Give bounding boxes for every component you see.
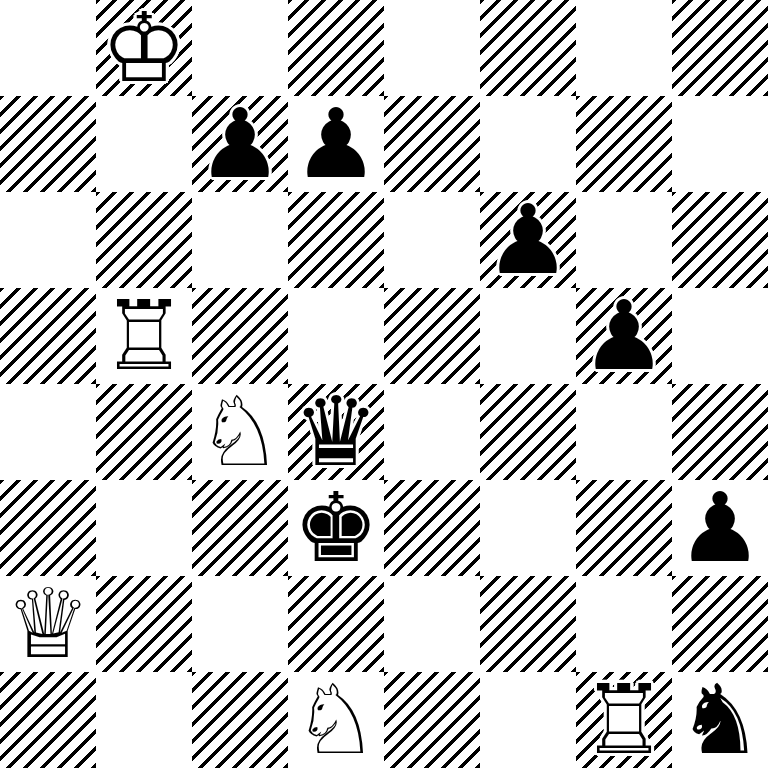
- square-c3[interactable]: [192, 480, 288, 576]
- square-g7[interactable]: [576, 96, 672, 192]
- square-e6[interactable]: [384, 192, 480, 288]
- square-d3[interactable]: ♚: [288, 480, 384, 576]
- square-d2[interactable]: [288, 576, 384, 672]
- square-g5[interactable]: ♟: [576, 288, 672, 384]
- square-e2[interactable]: [384, 576, 480, 672]
- piece-white-rook[interactable]: ♖: [576, 672, 672, 768]
- piece-black-pawn[interactable]: ♟: [192, 96, 288, 192]
- square-a4[interactable]: [0, 384, 96, 480]
- square-c1[interactable]: [192, 672, 288, 768]
- piece-black-king[interactable]: ♚: [288, 480, 384, 576]
- square-e3[interactable]: [384, 480, 480, 576]
- square-g3[interactable]: [576, 480, 672, 576]
- square-f1[interactable]: [480, 672, 576, 768]
- square-b7[interactable]: [96, 96, 192, 192]
- piece-white-king[interactable]: ♔: [96, 0, 192, 96]
- square-f5[interactable]: [480, 288, 576, 384]
- square-b6[interactable]: [96, 192, 192, 288]
- square-f7[interactable]: [480, 96, 576, 192]
- square-e8[interactable]: [384, 0, 480, 96]
- square-h2[interactable]: [672, 576, 768, 672]
- square-h6[interactable]: [672, 192, 768, 288]
- square-b4[interactable]: [96, 384, 192, 480]
- square-a5[interactable]: [0, 288, 96, 384]
- piece-black-knight[interactable]: ♞: [672, 672, 768, 768]
- square-b2[interactable]: [96, 576, 192, 672]
- square-c8[interactable]: [192, 0, 288, 96]
- piece-white-knight[interactable]: ♘: [192, 384, 288, 480]
- square-a2[interactable]: ♛♕: [0, 576, 96, 672]
- square-d7[interactable]: ♟: [288, 96, 384, 192]
- square-c7[interactable]: ♟: [192, 96, 288, 192]
- square-e7[interactable]: [384, 96, 480, 192]
- square-h7[interactable]: [672, 96, 768, 192]
- square-h3[interactable]: ♟: [672, 480, 768, 576]
- piece-white-knight[interactable]: ♘: [288, 672, 384, 768]
- square-b3[interactable]: [96, 480, 192, 576]
- chess-diagram: ♚♔♟♟♟♜♖♟♞♘♛♚♟♛♕♞♘♜♖♞: [0, 0, 768, 768]
- square-g2[interactable]: [576, 576, 672, 672]
- square-h4[interactable]: [672, 384, 768, 480]
- piece-white-rook[interactable]: ♖: [96, 288, 192, 384]
- square-f6[interactable]: ♟: [480, 192, 576, 288]
- square-h5[interactable]: [672, 288, 768, 384]
- square-h8[interactable]: [672, 0, 768, 96]
- square-a8[interactable]: [0, 0, 96, 96]
- square-f2[interactable]: [480, 576, 576, 672]
- square-h1[interactable]: ♞: [672, 672, 768, 768]
- square-d6[interactable]: [288, 192, 384, 288]
- square-a3[interactable]: [0, 480, 96, 576]
- square-f4[interactable]: [480, 384, 576, 480]
- square-g4[interactable]: [576, 384, 672, 480]
- piece-black-pawn[interactable]: ♟: [672, 480, 768, 576]
- square-b5[interactable]: ♜♖: [96, 288, 192, 384]
- square-a7[interactable]: [0, 96, 96, 192]
- square-e1[interactable]: [384, 672, 480, 768]
- square-d8[interactable]: [288, 0, 384, 96]
- square-e4[interactable]: [384, 384, 480, 480]
- square-d1[interactable]: ♞♘: [288, 672, 384, 768]
- square-a1[interactable]: [0, 672, 96, 768]
- chess-board: ♚♔♟♟♟♜♖♟♞♘♛♚♟♛♕♞♘♜♖♞: [0, 0, 768, 768]
- square-d5[interactable]: [288, 288, 384, 384]
- square-a6[interactable]: [0, 192, 96, 288]
- square-c6[interactable]: [192, 192, 288, 288]
- square-b1[interactable]: [96, 672, 192, 768]
- piece-black-pawn[interactable]: ♟: [288, 96, 384, 192]
- piece-white-queen[interactable]: ♕: [0, 576, 96, 672]
- square-c2[interactable]: [192, 576, 288, 672]
- square-g6[interactable]: [576, 192, 672, 288]
- square-f8[interactable]: [480, 0, 576, 96]
- square-f3[interactable]: [480, 480, 576, 576]
- square-c5[interactable]: [192, 288, 288, 384]
- square-e5[interactable]: [384, 288, 480, 384]
- square-b8[interactable]: ♚♔: [96, 0, 192, 96]
- square-d4[interactable]: ♛: [288, 384, 384, 480]
- piece-black-pawn[interactable]: ♟: [480, 192, 576, 288]
- square-g1[interactable]: ♜♖: [576, 672, 672, 768]
- square-c4[interactable]: ♞♘: [192, 384, 288, 480]
- piece-black-pawn[interactable]: ♟: [576, 288, 672, 384]
- square-g8[interactable]: [576, 0, 672, 96]
- piece-black-queen[interactable]: ♛: [288, 384, 384, 480]
